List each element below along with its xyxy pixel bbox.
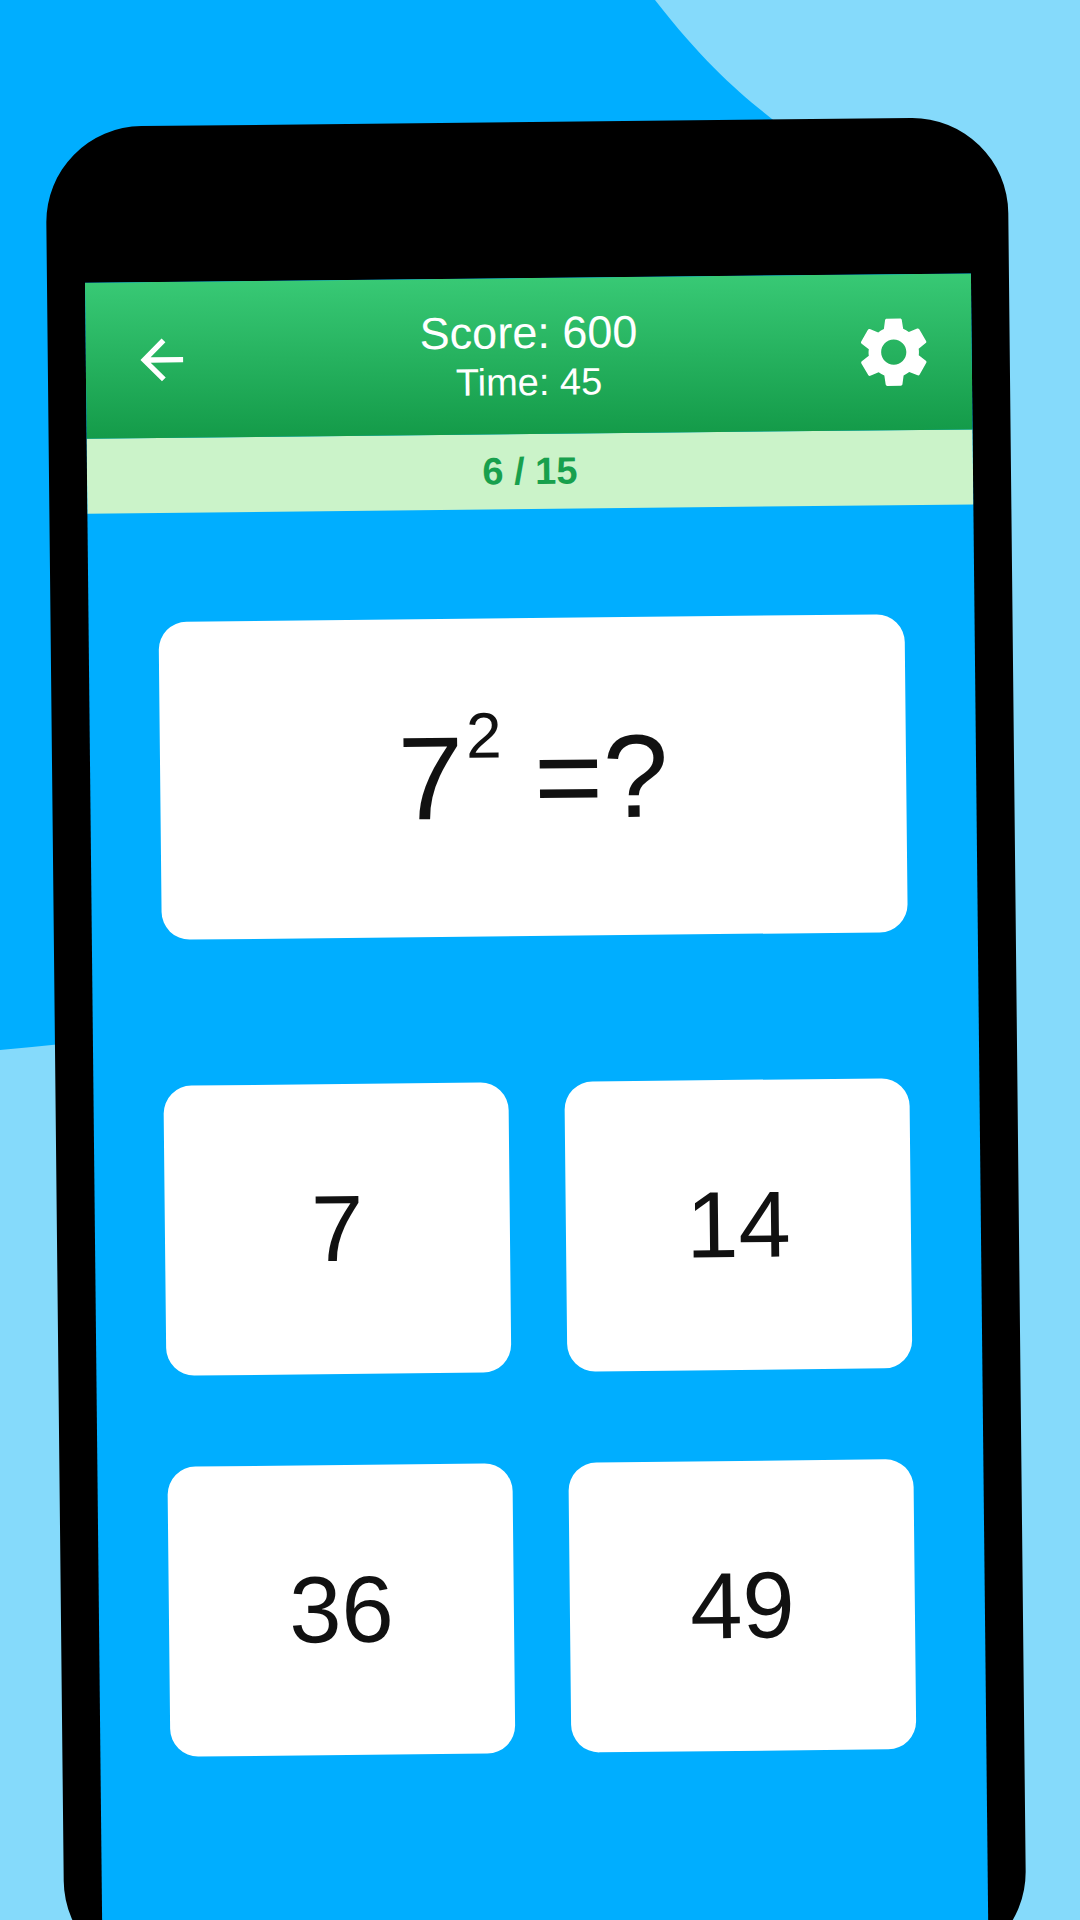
stage: Score: 600 Time: 45 6 / 15 72 =? 7	[0, 0, 1080, 1920]
progress-bar: 6 / 15	[87, 429, 974, 513]
score-label: Score: 600	[419, 306, 637, 360]
settings-button[interactable]	[851, 310, 936, 395]
answer-button-1[interactable]: 7	[163, 1082, 511, 1376]
question-exponent: 2	[466, 703, 502, 767]
phone-frame: Score: 600 Time: 45 6 / 15 72 =? 7	[45, 117, 1026, 1920]
arrow-back-icon	[129, 328, 194, 393]
back-button[interactable]	[129, 328, 194, 393]
question-equals: =?	[533, 717, 669, 836]
answer-button-3[interactable]: 36	[167, 1463, 515, 1757]
gear-icon	[851, 310, 936, 395]
phone-screen: Score: 600 Time: 45 6 / 15 72 =? 7	[85, 273, 989, 1920]
app-header: Score: 600 Time: 45	[85, 273, 973, 438]
progress-label: 6 / 15	[482, 450, 578, 494]
quiz-content: 72 =? 7 14 36 49	[89, 613, 987, 1757]
time-label: Time: 45	[456, 358, 603, 406]
question-base: 7	[397, 719, 464, 838]
answers-row-2: 36 49	[167, 1459, 916, 1757]
answers-row-1: 7 14	[163, 1078, 912, 1376]
answer-button-4[interactable]: 49	[568, 1459, 916, 1753]
question-card: 72 =?	[159, 614, 908, 940]
answer-button-2[interactable]: 14	[564, 1078, 912, 1372]
